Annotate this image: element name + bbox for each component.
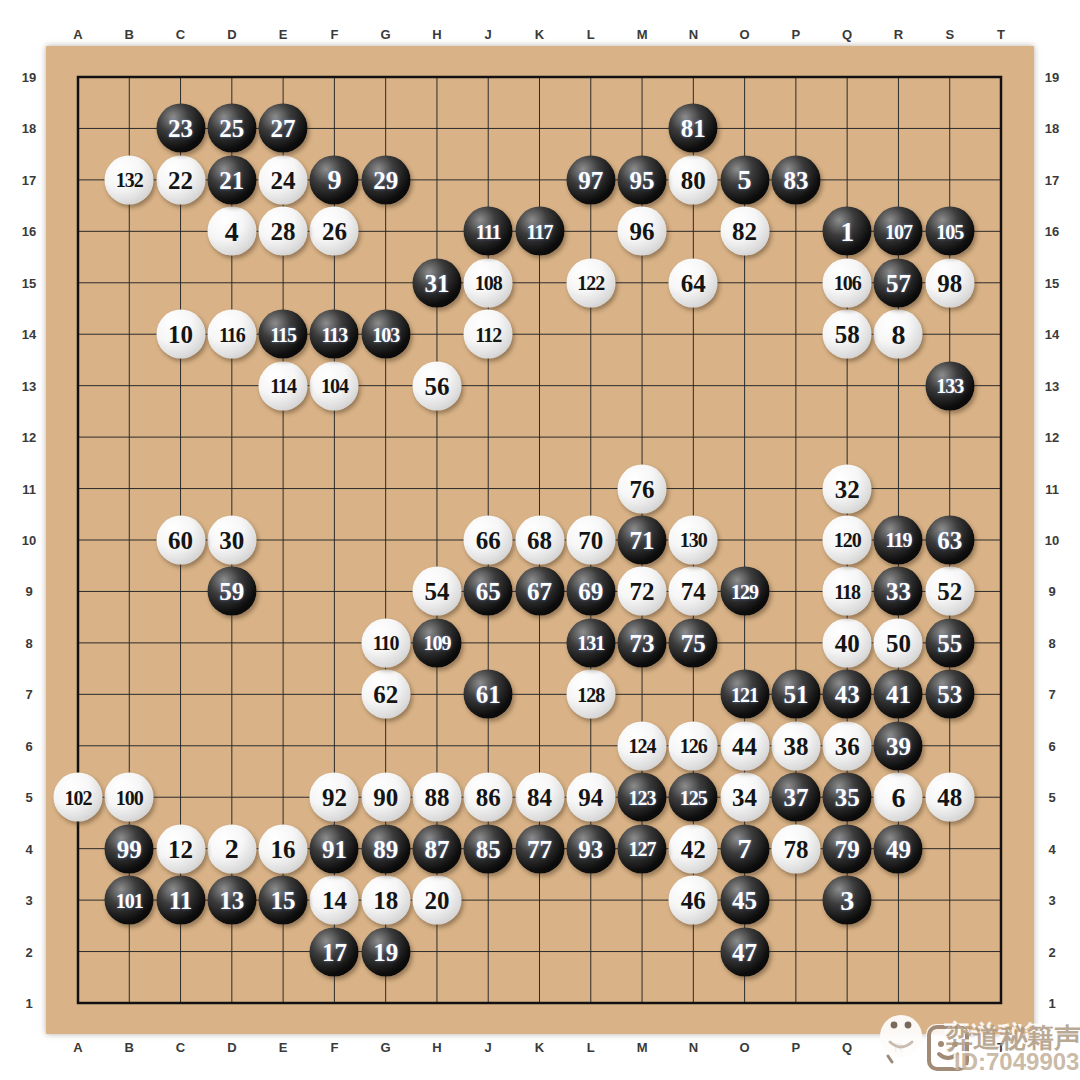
move-number: 74 xyxy=(681,579,706,604)
column-label-top: S xyxy=(945,27,954,42)
row-label-left: 6 xyxy=(25,738,32,753)
column-label-top: C xyxy=(176,27,185,42)
column-label-bottom: B xyxy=(125,1040,134,1055)
black-stone-l17: 97 xyxy=(566,155,615,204)
black-stone-k9: 67 xyxy=(515,567,564,616)
column-label-top: P xyxy=(792,27,801,42)
white-stone-f3: 14 xyxy=(310,876,359,925)
white-stone-s15: 98 xyxy=(925,258,974,307)
move-number: 52 xyxy=(937,579,962,604)
black-stone-g17: 29 xyxy=(361,155,410,204)
white-stone-g5: 90 xyxy=(361,773,410,822)
move-number: 70 xyxy=(578,527,603,552)
move-number: 90 xyxy=(373,785,398,810)
white-stone-e16: 28 xyxy=(259,207,308,256)
white-stone-f5: 92 xyxy=(310,773,359,822)
move-number: 72 xyxy=(630,579,655,604)
white-stone-e13: 114 xyxy=(259,361,308,410)
black-stone-s16: 105 xyxy=(925,207,974,256)
black-stone-r4: 49 xyxy=(874,824,923,873)
white-stone-l15: 122 xyxy=(566,258,615,307)
column-label-bottom: D xyxy=(227,1040,236,1055)
move-number: 101 xyxy=(116,890,143,910)
black-stone-e18: 27 xyxy=(259,104,308,153)
row-label-left: 15 xyxy=(22,275,36,290)
move-number: 80 xyxy=(681,167,706,192)
row-label-left: 7 xyxy=(25,687,32,702)
black-stone-q16: 1 xyxy=(823,207,872,256)
move-number: 27 xyxy=(271,116,296,141)
move-number: 3 xyxy=(840,886,854,914)
white-stone-n15: 64 xyxy=(669,258,718,307)
row-label-left: 4 xyxy=(25,841,32,856)
black-stone-l8: 131 xyxy=(566,618,615,667)
move-number: 20 xyxy=(424,888,449,913)
black-stone-d9: 59 xyxy=(207,567,256,616)
move-number: 40 xyxy=(835,630,860,655)
white-stone-c10: 60 xyxy=(156,515,205,564)
white-stone-n9: 74 xyxy=(669,567,718,616)
white-stone-l7: 128 xyxy=(566,670,615,719)
row-label-right: 3 xyxy=(1048,893,1055,908)
move-number: 98 xyxy=(937,270,962,295)
move-number: 55 xyxy=(937,630,962,655)
white-stone-g3: 18 xyxy=(361,876,410,925)
column-label-top: R xyxy=(894,27,903,42)
column-label-top: F xyxy=(330,27,338,42)
move-number: 109 xyxy=(423,633,450,653)
column-label-top: K xyxy=(535,27,544,42)
white-stone-q8: 40 xyxy=(823,618,872,667)
move-number: 108 xyxy=(475,273,502,293)
row-label-left: 1 xyxy=(25,995,32,1010)
move-number: 37 xyxy=(783,785,808,810)
column-label-bottom: T xyxy=(997,1040,1005,1055)
move-number: 64 xyxy=(681,270,706,295)
row-label-right: 10 xyxy=(1045,532,1059,547)
move-number: 78 xyxy=(783,836,808,861)
move-number: 35 xyxy=(835,785,860,810)
move-number: 115 xyxy=(270,324,296,344)
move-number: 11 xyxy=(169,888,193,913)
move-number: 47 xyxy=(732,939,757,964)
move-number: 131 xyxy=(577,633,604,653)
go-kifu-page: AABBCCDDEEFFGGHHJJKKLLMMNNOOPPQQRRSSTT19… xyxy=(0,0,1080,1080)
move-number: 45 xyxy=(732,888,757,913)
row-label-right: 14 xyxy=(1045,327,1059,342)
column-label-top: B xyxy=(125,27,134,42)
move-number: 112 xyxy=(475,324,501,344)
column-label-top: M xyxy=(637,27,648,42)
black-stone-q5: 35 xyxy=(823,773,872,822)
move-number: 16 xyxy=(271,836,296,861)
black-stone-g2: 19 xyxy=(361,927,410,976)
row-label-left: 14 xyxy=(22,327,36,342)
move-number: 91 xyxy=(322,836,347,861)
white-stone-n10: 130 xyxy=(669,515,718,564)
row-label-right: 2 xyxy=(1048,944,1055,959)
move-number: 51 xyxy=(783,682,808,707)
move-number: 44 xyxy=(732,733,757,758)
white-stone-m11: 76 xyxy=(618,464,667,513)
black-stone-d17: 21 xyxy=(207,155,256,204)
white-stone-b5: 100 xyxy=(105,773,154,822)
white-stone-c4: 12 xyxy=(156,824,205,873)
white-stone-o6: 44 xyxy=(720,721,769,770)
watermark-id: ID:70499039 xyxy=(954,1048,1080,1076)
white-stone-r14: 8 xyxy=(874,310,923,359)
white-stone-b17: 132 xyxy=(105,155,154,204)
white-stone-f13: 104 xyxy=(310,361,359,410)
column-label-top: O xyxy=(740,27,750,42)
column-label-bottom: J xyxy=(485,1040,492,1055)
move-number: 122 xyxy=(577,273,604,293)
row-label-right: 11 xyxy=(1045,481,1059,496)
move-number: 79 xyxy=(835,836,860,861)
white-stone-q9: 118 xyxy=(823,567,872,616)
column-label-top: H xyxy=(432,27,441,42)
white-stone-q14: 58 xyxy=(823,310,872,359)
black-stone-o2: 47 xyxy=(720,927,769,976)
move-number: 49 xyxy=(886,836,911,861)
move-number: 128 xyxy=(577,684,604,704)
move-number: 12 xyxy=(168,836,193,861)
move-number: 92 xyxy=(322,785,347,810)
move-number: 43 xyxy=(835,682,860,707)
white-stone-m6: 124 xyxy=(618,721,667,770)
white-stone-r8: 50 xyxy=(874,618,923,667)
black-stone-h15: 31 xyxy=(412,258,461,307)
row-label-right: 12 xyxy=(1045,430,1059,445)
move-number: 67 xyxy=(527,579,552,604)
white-stone-n3: 46 xyxy=(669,876,718,925)
row-label-left: 2 xyxy=(25,944,32,959)
white-stone-k10: 68 xyxy=(515,515,564,564)
move-number: 84 xyxy=(527,785,552,810)
move-number: 105 xyxy=(936,221,963,241)
move-number: 88 xyxy=(424,785,449,810)
move-number: 33 xyxy=(886,579,911,604)
white-stone-d14: 116 xyxy=(207,310,256,359)
column-label-bottom: R xyxy=(894,1040,903,1055)
white-stone-d4: 2 xyxy=(207,824,256,873)
move-number: 22 xyxy=(168,167,193,192)
row-label-left: 9 xyxy=(25,584,32,599)
move-number: 41 xyxy=(886,682,911,707)
white-stone-j15: 108 xyxy=(464,258,513,307)
move-number: 82 xyxy=(732,219,757,244)
black-stone-b3: 101 xyxy=(105,876,154,925)
move-number: 10 xyxy=(168,322,193,347)
move-number: 125 xyxy=(680,787,707,807)
move-number: 1 xyxy=(840,217,854,245)
black-stone-o17: 5 xyxy=(720,155,769,204)
black-stone-g14: 103 xyxy=(361,310,410,359)
black-stone-m5: 123 xyxy=(618,773,667,822)
move-number: 7 xyxy=(738,835,752,863)
move-number: 2 xyxy=(225,835,239,863)
black-stone-m8: 73 xyxy=(618,618,667,667)
move-number: 87 xyxy=(424,836,449,861)
white-stone-n4: 42 xyxy=(669,824,718,873)
black-stone-s8: 55 xyxy=(925,618,974,667)
move-number: 4 xyxy=(225,217,239,245)
move-number: 89 xyxy=(373,836,398,861)
row-label-right: 16 xyxy=(1045,224,1059,239)
black-stone-s7: 53 xyxy=(925,670,974,719)
black-stone-o4: 7 xyxy=(720,824,769,873)
black-stone-f4: 91 xyxy=(310,824,359,873)
column-label-bottom: C xyxy=(176,1040,185,1055)
black-stone-f17: 9 xyxy=(310,155,359,204)
white-stone-j14: 112 xyxy=(464,310,513,359)
black-stone-r16: 107 xyxy=(874,207,923,256)
white-stone-a5: 102 xyxy=(54,773,103,822)
column-label-bottom: K xyxy=(535,1040,544,1055)
column-label-bottom: F xyxy=(330,1040,338,1055)
move-number: 99 xyxy=(117,836,142,861)
move-number: 111 xyxy=(476,221,501,241)
black-stone-m4: 127 xyxy=(618,824,667,873)
move-number: 127 xyxy=(629,839,656,859)
white-stone-d16: 4 xyxy=(207,207,256,256)
black-stone-q4: 79 xyxy=(823,824,872,873)
column-label-top: J xyxy=(485,27,492,42)
column-label-bottom: M xyxy=(637,1040,648,1055)
black-stone-o3: 45 xyxy=(720,876,769,925)
move-number: 66 xyxy=(476,527,501,552)
white-stone-g8: 110 xyxy=(361,618,410,667)
white-stone-l10: 70 xyxy=(566,515,615,564)
move-number: 85 xyxy=(476,836,501,861)
move-number: 68 xyxy=(527,527,552,552)
column-label-top: G xyxy=(381,27,391,42)
row-label-right: 9 xyxy=(1048,584,1055,599)
move-number: 34 xyxy=(732,785,757,810)
white-stone-s9: 52 xyxy=(925,567,974,616)
white-stone-n17: 80 xyxy=(669,155,718,204)
move-number: 104 xyxy=(321,376,348,396)
row-label-left: 12 xyxy=(22,430,36,445)
black-stone-o9: 129 xyxy=(720,567,769,616)
move-number: 17 xyxy=(322,939,347,964)
black-stone-l9: 69 xyxy=(566,567,615,616)
move-number: 116 xyxy=(219,324,245,344)
move-number: 94 xyxy=(578,785,603,810)
move-number: 96 xyxy=(630,219,655,244)
move-number: 26 xyxy=(322,219,347,244)
row-label-left: 3 xyxy=(25,893,32,908)
move-number: 97 xyxy=(578,167,603,192)
move-number: 56 xyxy=(424,373,449,398)
move-number: 6 xyxy=(891,783,905,811)
column-label-bottom: N xyxy=(689,1040,698,1055)
move-number: 69 xyxy=(578,579,603,604)
move-number: 81 xyxy=(681,116,706,141)
black-stone-r15: 57 xyxy=(874,258,923,307)
white-stone-c17: 22 xyxy=(156,155,205,204)
white-stone-m9: 72 xyxy=(618,567,667,616)
move-number: 30 xyxy=(219,527,244,552)
row-label-left: 17 xyxy=(22,172,36,187)
black-stone-r7: 41 xyxy=(874,670,923,719)
white-stone-m16: 96 xyxy=(618,207,667,256)
move-number: 93 xyxy=(578,836,603,861)
column-label-top: A xyxy=(73,27,82,42)
white-stone-q10: 120 xyxy=(823,515,872,564)
move-number: 130 xyxy=(680,530,707,550)
move-number: 95 xyxy=(630,167,655,192)
white-stone-o5: 34 xyxy=(720,773,769,822)
black-stone-s10: 63 xyxy=(925,515,974,564)
black-stone-g4: 89 xyxy=(361,824,410,873)
row-label-left: 13 xyxy=(22,378,36,393)
black-stone-j7: 61 xyxy=(464,670,513,719)
white-stone-h9: 54 xyxy=(412,567,461,616)
white-stone-r5: 6 xyxy=(874,773,923,822)
move-number: 9 xyxy=(327,166,341,194)
move-number: 21 xyxy=(219,167,244,192)
white-stone-h5: 88 xyxy=(412,773,461,822)
move-number: 50 xyxy=(886,630,911,655)
black-stone-d18: 25 xyxy=(207,104,256,153)
row-label-right: 13 xyxy=(1045,378,1059,393)
black-stone-b4: 99 xyxy=(105,824,154,873)
black-stone-e3: 15 xyxy=(259,876,308,925)
move-number: 59 xyxy=(219,579,244,604)
row-label-left: 11 xyxy=(22,481,36,496)
row-label-right: 6 xyxy=(1048,738,1055,753)
move-number: 86 xyxy=(476,785,501,810)
move-number: 121 xyxy=(731,684,758,704)
row-label-right: 17 xyxy=(1045,172,1059,187)
black-stone-r9: 33 xyxy=(874,567,923,616)
move-number: 46 xyxy=(681,888,706,913)
black-stone-f14: 113 xyxy=(310,310,359,359)
black-stone-m17: 95 xyxy=(618,155,667,204)
move-number: 126 xyxy=(680,736,707,756)
white-stone-s5: 48 xyxy=(925,773,974,822)
column-label-top: T xyxy=(997,27,1005,42)
white-stone-k5: 84 xyxy=(515,773,564,822)
move-number: 103 xyxy=(372,324,399,344)
black-stone-o7: 121 xyxy=(720,670,769,719)
white-stone-f16: 26 xyxy=(310,207,359,256)
column-label-bottom: A xyxy=(73,1040,82,1055)
white-stone-h3: 20 xyxy=(412,876,461,925)
row-label-right: 15 xyxy=(1045,275,1059,290)
column-label-bottom: G xyxy=(381,1040,391,1055)
column-label-top: E xyxy=(279,27,288,42)
black-stone-s13: 133 xyxy=(925,361,974,410)
black-stone-k4: 77 xyxy=(515,824,564,873)
row-label-left: 16 xyxy=(22,224,36,239)
row-label-right: 5 xyxy=(1048,790,1055,805)
black-stone-j4: 85 xyxy=(464,824,513,873)
black-stone-r6: 39 xyxy=(874,721,923,770)
row-label-left: 10 xyxy=(22,532,36,547)
row-label-right: 18 xyxy=(1045,121,1059,136)
black-stone-p7: 51 xyxy=(771,670,820,719)
white-stone-h13: 56 xyxy=(412,361,461,410)
white-stone-n6: 126 xyxy=(669,721,718,770)
move-number: 110 xyxy=(373,633,399,653)
move-number: 113 xyxy=(321,324,347,344)
move-number: 57 xyxy=(886,270,911,295)
white-stone-e17: 24 xyxy=(259,155,308,204)
move-number: 31 xyxy=(424,270,449,295)
row-label-left: 8 xyxy=(25,635,32,650)
black-stone-m10: 71 xyxy=(618,515,667,564)
move-number: 25 xyxy=(219,116,244,141)
move-number: 60 xyxy=(168,527,193,552)
black-stone-r10: 119 xyxy=(874,515,923,564)
black-stone-n18: 81 xyxy=(669,104,718,153)
row-label-right: 7 xyxy=(1048,687,1055,702)
black-stone-n5: 125 xyxy=(669,773,718,822)
column-label-top: Q xyxy=(842,27,852,42)
black-stone-c18: 23 xyxy=(156,104,205,153)
move-number: 38 xyxy=(783,733,808,758)
move-number: 42 xyxy=(681,836,706,861)
white-stone-e4: 16 xyxy=(259,824,308,873)
move-number: 53 xyxy=(937,682,962,707)
white-stone-q11: 32 xyxy=(823,464,872,513)
move-number: 117 xyxy=(527,221,553,241)
black-stone-e14: 115 xyxy=(259,310,308,359)
row-label-left: 5 xyxy=(25,790,32,805)
move-number: 62 xyxy=(373,682,398,707)
move-number: 129 xyxy=(731,581,758,601)
column-label-top: D xyxy=(227,27,236,42)
white-stone-q15: 106 xyxy=(823,258,872,307)
move-number: 23 xyxy=(168,116,193,141)
move-number: 48 xyxy=(937,785,962,810)
go-board: 1234567891011121314151617181920212223242… xyxy=(46,46,1034,1034)
white-stone-c14: 10 xyxy=(156,310,205,359)
white-stone-l5: 94 xyxy=(566,773,615,822)
move-number: 8 xyxy=(891,320,905,348)
move-number: 18 xyxy=(373,888,398,913)
black-stone-n8: 75 xyxy=(669,618,718,667)
column-label-bottom: H xyxy=(432,1040,441,1055)
black-stone-k16: 117 xyxy=(515,207,564,256)
move-number: 124 xyxy=(629,736,656,756)
move-number: 65 xyxy=(476,579,501,604)
move-number: 133 xyxy=(936,376,963,396)
move-number: 83 xyxy=(783,167,808,192)
move-number: 14 xyxy=(322,888,347,913)
move-number: 36 xyxy=(835,733,860,758)
move-number: 106 xyxy=(834,273,861,293)
column-label-bottom: E xyxy=(279,1040,288,1055)
black-stone-j9: 65 xyxy=(464,567,513,616)
move-number: 13 xyxy=(219,888,244,913)
column-label-bottom: O xyxy=(740,1040,750,1055)
move-number: 114 xyxy=(270,376,296,396)
black-stone-p17: 83 xyxy=(771,155,820,204)
column-label-bottom: Q xyxy=(842,1040,852,1055)
move-number: 54 xyxy=(424,579,449,604)
black-stone-h8: 109 xyxy=(412,618,461,667)
move-number: 5 xyxy=(738,166,752,194)
white-stone-q6: 36 xyxy=(823,721,872,770)
black-stone-h4: 87 xyxy=(412,824,461,873)
move-number: 102 xyxy=(65,787,92,807)
move-number: 58 xyxy=(835,322,860,347)
black-stone-j16: 111 xyxy=(464,207,513,256)
move-number: 73 xyxy=(630,630,655,655)
